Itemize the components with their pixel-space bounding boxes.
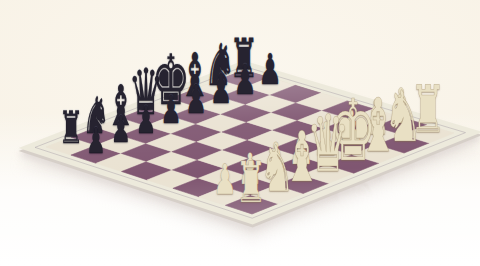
chess-set-photo: ♜♟♞♟♝♟♚♟♛♟♟♝♜♟♟♞♞♟♟♜♝♟♟♚♟♛♟♝♟♞♟♜ ♜♟♞♟♝♟♚… — [0, 0, 480, 266]
chess-piece-white-rook[interactable]: ♜ — [236, 155, 267, 212]
chess-piece-black-pawn[interactable]: ♟ — [136, 101, 157, 139]
chess-pieces-layer: ♜♟♞♟♝♟♚♟♛♟♟♝♜♟♟♞♞♟♟♜♝♟♟♚♟♛♟♝♟♞♟♜ — [0, 0, 480, 266]
chess-piece-black-pawn[interactable]: ♟ — [209, 70, 232, 111]
chess-piece-white-pawn[interactable]: ♟ — [213, 159, 236, 201]
chess-piece-black-pawn[interactable]: ♟ — [258, 49, 282, 92]
chess-piece-black-pawn[interactable]: ♟ — [234, 59, 257, 101]
chess-piece-black-pawn[interactable]: ♟ — [160, 91, 182, 130]
chess-piece-black-pawn[interactable]: ♟ — [111, 112, 131, 149]
chess-piece-black-pawn[interactable]: ♟ — [86, 123, 106, 159]
chess-piece-black-pawn[interactable]: ♟ — [185, 80, 207, 120]
chess-piece-black-rook[interactable]: ♜ — [59, 107, 84, 152]
